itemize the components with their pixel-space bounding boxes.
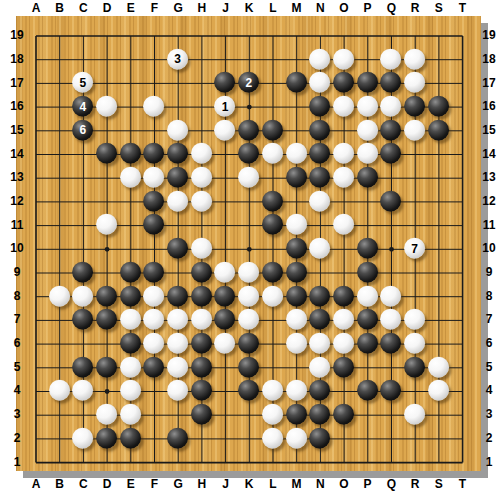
intersection-H7[interactable] [190,308,214,332]
intersection-H9[interactable] [190,261,214,285]
intersection-P17[interactable] [356,72,380,96]
intersection-T4[interactable] [451,379,475,403]
intersection-R15[interactable] [403,119,427,143]
intersection-Q18[interactable] [379,48,403,72]
intersection-N16[interactable] [308,95,332,119]
intersection-E8[interactable] [119,285,143,309]
intersection-D5[interactable] [95,356,119,380]
intersection-R17[interactable] [403,72,427,96]
intersection-T3[interactable] [451,403,475,427]
intersection-G13[interactable] [166,166,190,190]
intersection-P3[interactable] [356,403,380,427]
intersection-Q8[interactable] [379,285,403,309]
intersection-P12[interactable] [356,190,380,214]
intersection-K19[interactable] [237,24,261,48]
intersection-P4[interactable] [356,379,380,403]
intersection-J11[interactable] [214,214,238,238]
intersection-D8[interactable] [95,285,119,309]
intersection-B16[interactable] [48,95,72,119]
intersection-N14[interactable] [308,143,332,167]
intersection-R12[interactable] [403,190,427,214]
intersection-K14[interactable] [237,143,261,167]
intersection-Q15[interactable] [379,119,403,143]
intersection-T16[interactable] [451,95,475,119]
intersection-K16[interactable] [237,95,261,119]
intersection-D6[interactable] [95,332,119,356]
intersection-F13[interactable] [143,166,167,190]
intersection-C19[interactable] [72,24,96,48]
intersection-M18[interactable] [285,48,309,72]
intersection-B9[interactable] [48,261,72,285]
intersection-D15[interactable] [95,119,119,143]
intersection-A14[interactable] [24,143,48,167]
intersection-L1[interactable] [261,451,285,475]
intersection-O2[interactable] [332,427,356,451]
intersection-M6[interactable] [285,332,309,356]
intersection-O5[interactable] [332,356,356,380]
intersection-A3[interactable] [24,403,48,427]
intersection-F15[interactable] [143,119,167,143]
intersection-T9[interactable] [451,261,475,285]
intersection-D12[interactable] [95,190,119,214]
intersection-G7[interactable] [166,308,190,332]
intersection-H14[interactable] [190,143,214,167]
intersection-M19[interactable] [285,24,309,48]
intersection-T5[interactable] [451,356,475,380]
intersection-C9[interactable] [72,261,96,285]
intersection-R3[interactable] [403,403,427,427]
intersection-H2[interactable] [190,427,214,451]
intersection-G16[interactable] [166,95,190,119]
intersection-B2[interactable] [48,427,72,451]
intersection-N13[interactable] [308,166,332,190]
intersection-P15[interactable] [356,119,380,143]
intersection-E2[interactable] [119,427,143,451]
intersection-H10[interactable] [190,237,214,261]
intersection-B3[interactable] [48,403,72,427]
intersection-R6[interactable] [403,332,427,356]
intersection-F5[interactable] [143,356,167,380]
intersection-K2[interactable] [237,427,261,451]
intersection-L17[interactable] [261,72,285,96]
intersection-M17[interactable] [285,72,309,96]
intersection-A11[interactable] [24,214,48,238]
intersection-P7[interactable] [356,308,380,332]
intersection-J19[interactable] [214,24,238,48]
intersection-L19[interactable] [261,24,285,48]
intersection-T10[interactable] [451,237,475,261]
intersection-S11[interactable] [427,214,451,238]
intersection-L13[interactable] [261,166,285,190]
intersection-J7[interactable] [214,308,238,332]
intersection-A16[interactable] [24,95,48,119]
intersection-R11[interactable] [403,214,427,238]
intersection-R10[interactable]: 7 [403,237,427,261]
intersection-D4[interactable] [95,379,119,403]
intersection-K1[interactable] [237,451,261,475]
intersection-C16[interactable]: 4 [72,95,96,119]
intersection-D10[interactable] [95,237,119,261]
intersection-T2[interactable] [451,427,475,451]
intersection-C18[interactable] [72,48,96,72]
intersection-A17[interactable] [24,72,48,96]
intersection-S4[interactable] [427,379,451,403]
intersection-D16[interactable] [95,95,119,119]
intersection-S1[interactable] [427,451,451,475]
intersection-N18[interactable] [308,48,332,72]
intersection-K9[interactable] [237,261,261,285]
intersection-M12[interactable] [285,190,309,214]
intersection-G5[interactable] [166,356,190,380]
intersection-C12[interactable] [72,190,96,214]
intersection-H13[interactable] [190,166,214,190]
intersection-R8[interactable] [403,285,427,309]
intersection-Q7[interactable] [379,308,403,332]
intersection-H15[interactable] [190,119,214,143]
intersection-O15[interactable] [332,119,356,143]
intersection-O3[interactable] [332,403,356,427]
intersection-Q14[interactable] [379,143,403,167]
intersection-C4[interactable] [72,379,96,403]
intersection-A18[interactable] [24,48,48,72]
intersection-Q9[interactable] [379,261,403,285]
intersection-R1[interactable] [403,451,427,475]
intersection-P18[interactable] [356,48,380,72]
intersection-H11[interactable] [190,214,214,238]
intersection-T7[interactable] [451,308,475,332]
intersection-E17[interactable] [119,72,143,96]
intersection-L11[interactable] [261,214,285,238]
intersection-M15[interactable] [285,119,309,143]
intersection-L10[interactable] [261,237,285,261]
intersection-F7[interactable] [143,308,167,332]
intersection-R19[interactable] [403,24,427,48]
intersection-O12[interactable] [332,190,356,214]
intersection-L3[interactable] [261,403,285,427]
intersection-A13[interactable] [24,166,48,190]
intersection-N2[interactable] [308,427,332,451]
intersection-A6[interactable] [24,332,48,356]
intersection-M3[interactable] [285,403,309,427]
intersection-C2[interactable] [72,427,96,451]
intersection-E14[interactable] [119,143,143,167]
intersection-O13[interactable] [332,166,356,190]
intersection-Q5[interactable] [379,356,403,380]
intersection-Q4[interactable] [379,379,403,403]
intersection-J14[interactable] [214,143,238,167]
intersection-T8[interactable] [451,285,475,309]
intersection-J15[interactable] [214,119,238,143]
intersection-M7[interactable] [285,308,309,332]
intersection-F2[interactable] [143,427,167,451]
intersection-R14[interactable] [403,143,427,167]
intersection-N4[interactable] [308,379,332,403]
intersection-N7[interactable] [308,308,332,332]
intersection-A8[interactable] [24,285,48,309]
intersection-G17[interactable] [166,72,190,96]
intersection-S14[interactable] [427,143,451,167]
intersection-K11[interactable] [237,214,261,238]
intersection-M13[interactable] [285,166,309,190]
intersection-Q12[interactable] [379,190,403,214]
intersection-J9[interactable] [214,261,238,285]
intersection-G9[interactable] [166,261,190,285]
intersection-D17[interactable] [95,72,119,96]
intersection-B4[interactable] [48,379,72,403]
intersection-H19[interactable] [190,24,214,48]
intersection-N3[interactable] [308,403,332,427]
intersection-G4[interactable] [166,379,190,403]
intersection-G12[interactable] [166,190,190,214]
intersection-M1[interactable] [285,451,309,475]
intersection-D2[interactable] [95,427,119,451]
intersection-H12[interactable] [190,190,214,214]
intersection-K15[interactable] [237,119,261,143]
intersection-Q16[interactable] [379,95,403,119]
intersection-T14[interactable] [451,143,475,167]
intersection-L6[interactable] [261,332,285,356]
intersection-P1[interactable] [356,451,380,475]
intersection-H1[interactable] [190,451,214,475]
intersection-T1[interactable] [451,451,475,475]
intersection-H5[interactable] [190,356,214,380]
intersection-N5[interactable] [308,356,332,380]
intersection-F4[interactable] [143,379,167,403]
intersection-E18[interactable] [119,48,143,72]
intersection-C7[interactable] [72,308,96,332]
intersection-M10[interactable] [285,237,309,261]
intersection-N9[interactable] [308,261,332,285]
intersection-P10[interactable] [356,237,380,261]
intersection-M14[interactable] [285,143,309,167]
intersection-O7[interactable] [332,308,356,332]
intersection-T11[interactable] [451,214,475,238]
intersection-J2[interactable] [214,427,238,451]
intersection-H6[interactable] [190,332,214,356]
intersection-D14[interactable] [95,143,119,167]
intersection-T13[interactable] [451,166,475,190]
intersection-O11[interactable] [332,214,356,238]
intersection-J3[interactable] [214,403,238,427]
intersection-F10[interactable] [143,237,167,261]
intersection-A19[interactable] [24,24,48,48]
intersection-M2[interactable] [285,427,309,451]
intersection-F18[interactable] [143,48,167,72]
intersection-N8[interactable] [308,285,332,309]
intersection-M16[interactable] [285,95,309,119]
intersection-P14[interactable] [356,143,380,167]
intersection-R4[interactable] [403,379,427,403]
intersection-P6[interactable] [356,332,380,356]
intersection-M9[interactable] [285,261,309,285]
intersection-O8[interactable] [332,285,356,309]
intersection-B17[interactable] [48,72,72,96]
intersection-K4[interactable] [237,379,261,403]
intersection-K13[interactable] [237,166,261,190]
intersection-L14[interactable] [261,143,285,167]
intersection-C6[interactable] [72,332,96,356]
intersection-N12[interactable] [308,190,332,214]
intersection-L2[interactable] [261,427,285,451]
intersection-S17[interactable] [427,72,451,96]
intersection-O16[interactable] [332,95,356,119]
intersection-D1[interactable] [95,451,119,475]
intersection-C11[interactable] [72,214,96,238]
intersection-O4[interactable] [332,379,356,403]
intersection-C15[interactable]: 6 [72,119,96,143]
intersection-F19[interactable] [143,24,167,48]
intersection-F6[interactable] [143,332,167,356]
intersection-Q17[interactable] [379,72,403,96]
intersection-L18[interactable] [261,48,285,72]
intersection-F14[interactable] [143,143,167,167]
intersection-Q11[interactable] [379,214,403,238]
intersection-D13[interactable] [95,166,119,190]
intersection-M8[interactable] [285,285,309,309]
intersection-K3[interactable] [237,403,261,427]
intersection-H17[interactable] [190,72,214,96]
intersection-C5[interactable] [72,356,96,380]
intersection-T17[interactable] [451,72,475,96]
intersection-D11[interactable] [95,214,119,238]
intersection-J10[interactable] [214,237,238,261]
intersection-A4[interactable] [24,379,48,403]
intersection-P19[interactable] [356,24,380,48]
intersection-A15[interactable] [24,119,48,143]
intersection-Q19[interactable] [379,24,403,48]
intersection-B10[interactable] [48,237,72,261]
intersection-E19[interactable] [119,24,143,48]
intersection-D18[interactable] [95,48,119,72]
intersection-S6[interactable] [427,332,451,356]
intersection-B18[interactable] [48,48,72,72]
intersection-N6[interactable] [308,332,332,356]
intersection-H3[interactable] [190,403,214,427]
intersection-R9[interactable] [403,261,427,285]
intersection-E7[interactable] [119,308,143,332]
intersection-E12[interactable] [119,190,143,214]
intersection-K6[interactable] [237,332,261,356]
intersection-T19[interactable] [451,24,475,48]
intersection-G15[interactable] [166,119,190,143]
intersection-F12[interactable] [143,190,167,214]
intersection-C17[interactable]: 5 [72,72,96,96]
intersection-Q3[interactable] [379,403,403,427]
intersection-F16[interactable] [143,95,167,119]
intersection-G10[interactable] [166,237,190,261]
intersection-B7[interactable] [48,308,72,332]
intersection-Q2[interactable] [379,427,403,451]
intersection-E6[interactable] [119,332,143,356]
intersection-H18[interactable] [190,48,214,72]
intersection-S2[interactable] [427,427,451,451]
intersection-G1[interactable] [166,451,190,475]
intersection-S15[interactable] [427,119,451,143]
intersection-N19[interactable] [308,24,332,48]
intersection-G18[interactable]: 3 [166,48,190,72]
intersection-L12[interactable] [261,190,285,214]
intersection-A7[interactable] [24,308,48,332]
intersection-S5[interactable] [427,356,451,380]
intersection-N10[interactable] [308,237,332,261]
intersection-H4[interactable] [190,379,214,403]
intersection-F3[interactable] [143,403,167,427]
intersection-J12[interactable] [214,190,238,214]
intersection-R16[interactable] [403,95,427,119]
intersection-J17[interactable] [214,72,238,96]
intersection-C3[interactable] [72,403,96,427]
intersection-B12[interactable] [48,190,72,214]
intersection-G8[interactable] [166,285,190,309]
intersection-S18[interactable] [427,48,451,72]
intersection-A1[interactable] [24,451,48,475]
intersection-D3[interactable] [95,403,119,427]
intersection-F11[interactable] [143,214,167,238]
intersection-E5[interactable] [119,356,143,380]
intersection-P2[interactable] [356,427,380,451]
intersection-K12[interactable] [237,190,261,214]
intersection-K18[interactable] [237,48,261,72]
intersection-G14[interactable] [166,143,190,167]
intersection-R18[interactable] [403,48,427,72]
intersection-P13[interactable] [356,166,380,190]
intersection-B8[interactable] [48,285,72,309]
intersection-D19[interactable] [95,24,119,48]
intersection-Q13[interactable] [379,166,403,190]
intersection-E9[interactable] [119,261,143,285]
intersection-B11[interactable] [48,214,72,238]
intersection-O6[interactable] [332,332,356,356]
intersection-G2[interactable] [166,427,190,451]
intersection-O14[interactable] [332,143,356,167]
intersection-L15[interactable] [261,119,285,143]
intersection-P11[interactable] [356,214,380,238]
intersection-Q1[interactable] [379,451,403,475]
intersection-C1[interactable] [72,451,96,475]
intersection-F9[interactable] [143,261,167,285]
intersection-J16[interactable]: 1 [214,95,238,119]
intersection-R13[interactable] [403,166,427,190]
intersection-K17[interactable]: 2 [237,72,261,96]
intersection-C13[interactable] [72,166,96,190]
intersection-O10[interactable] [332,237,356,261]
intersection-F17[interactable] [143,72,167,96]
intersection-L16[interactable] [261,95,285,119]
intersection-S16[interactable] [427,95,451,119]
intersection-H8[interactable] [190,285,214,309]
intersection-B13[interactable] [48,166,72,190]
intersection-G3[interactable] [166,403,190,427]
intersection-J13[interactable] [214,166,238,190]
intersection-N11[interactable] [308,214,332,238]
intersection-B1[interactable] [48,451,72,475]
intersection-E1[interactable] [119,451,143,475]
intersection-N15[interactable] [308,119,332,143]
intersection-J4[interactable] [214,379,238,403]
intersection-P5[interactable] [356,356,380,380]
intersection-Q6[interactable] [379,332,403,356]
intersection-S10[interactable] [427,237,451,261]
intersection-L5[interactable] [261,356,285,380]
intersection-H16[interactable] [190,95,214,119]
intersection-E16[interactable] [119,95,143,119]
intersection-A5[interactable] [24,356,48,380]
intersection-O19[interactable] [332,24,356,48]
intersection-S13[interactable] [427,166,451,190]
intersection-Q10[interactable] [379,237,403,261]
intersection-N17[interactable] [308,72,332,96]
intersection-P9[interactable] [356,261,380,285]
